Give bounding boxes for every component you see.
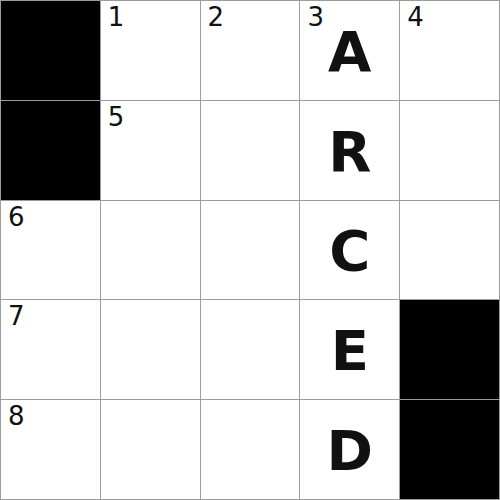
cell-r3c0[interactable]: 7 xyxy=(1,300,100,399)
cell-letter xyxy=(1,300,100,399)
cell-letter xyxy=(400,201,499,300)
cell-letter xyxy=(400,1,499,100)
cell-r4c4-block xyxy=(400,400,499,499)
cell-letter xyxy=(101,1,200,100)
cell-r3c3[interactable]: E xyxy=(300,300,399,399)
cell-letter xyxy=(201,201,300,300)
cell-letter xyxy=(101,201,200,300)
cell-letter: C xyxy=(300,201,399,300)
cell-letter xyxy=(1,400,100,499)
cell-letter xyxy=(101,300,200,399)
cell-letter xyxy=(201,400,300,499)
cell-r4c1[interactable] xyxy=(101,400,200,499)
cell-letter: E xyxy=(300,300,399,399)
cell-r3c1[interactable] xyxy=(101,300,200,399)
cell-letter xyxy=(201,1,300,100)
cell-r1c2[interactable] xyxy=(201,101,300,200)
cell-r3c2[interactable] xyxy=(201,300,300,399)
cell-r1c0-block xyxy=(1,101,100,200)
cell-r2c3[interactable]: C xyxy=(300,201,399,300)
cell-r0c0-block xyxy=(1,1,100,100)
cell-r2c4[interactable] xyxy=(400,201,499,300)
cell-r2c2[interactable] xyxy=(201,201,300,300)
cell-letter: R xyxy=(300,101,399,200)
cell-letter xyxy=(101,101,200,200)
cell-letter xyxy=(201,300,300,399)
cell-r0c2[interactable]: 2 xyxy=(201,1,300,100)
cell-letter xyxy=(1,201,100,300)
cell-r1c1[interactable]: 5 xyxy=(101,101,200,200)
cell-r1c4[interactable] xyxy=(400,101,499,200)
cell-letter: D xyxy=(300,400,399,499)
cell-letter xyxy=(400,101,499,200)
cell-r4c3[interactable]: D xyxy=(300,400,399,499)
cell-letter xyxy=(101,400,200,499)
cell-r4c0[interactable]: 8 xyxy=(1,400,100,499)
cell-r3c4-block xyxy=(400,300,499,399)
cell-r0c4[interactable]: 4 xyxy=(400,1,499,100)
cell-r0c3[interactable]: 3 A xyxy=(300,1,399,100)
cell-r4c2[interactable] xyxy=(201,400,300,499)
cell-letter xyxy=(201,101,300,200)
cell-r1c3[interactable]: R xyxy=(300,101,399,200)
cell-letter: A xyxy=(300,1,399,100)
cell-r0c1[interactable]: 1 xyxy=(101,1,200,100)
cell-r2c1[interactable] xyxy=(101,201,200,300)
crossword-board: 1 2 3 A 4 5 R 6 C xyxy=(0,0,500,500)
cell-r2c0[interactable]: 6 xyxy=(1,201,100,300)
